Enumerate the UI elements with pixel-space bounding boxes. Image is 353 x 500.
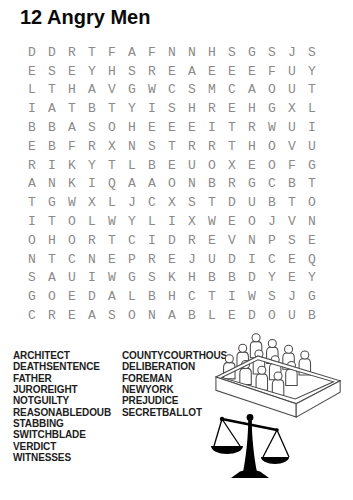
grid-cell: L [142, 212, 162, 231]
grid-cell: H [42, 231, 62, 250]
grid-cell: E [222, 62, 242, 81]
grid-cell: T [42, 212, 62, 231]
grid-cell: X [102, 137, 122, 156]
grid-cell: Y [262, 269, 282, 288]
grid-cell: E [242, 62, 262, 81]
grid-cell: I [22, 99, 42, 118]
grid-cell: E [102, 250, 122, 269]
grid-cell: Y [302, 269, 322, 288]
word-list-item: VERDICT [13, 441, 111, 452]
grid-cell: R [62, 43, 82, 62]
grid-cell: E [62, 62, 82, 81]
grid-cell: R [82, 231, 102, 250]
grid-cell: A [122, 175, 142, 194]
grid-cell: A [102, 287, 122, 306]
grid-cell: T [282, 193, 302, 212]
grid-cell: H [162, 287, 182, 306]
grid-cell: D [242, 269, 262, 288]
grid-cell: A [82, 306, 102, 325]
grid-cell: L [302, 99, 322, 118]
grid-cell: E [62, 287, 82, 306]
grid-cell: G [122, 81, 142, 100]
grid-cell: W [62, 193, 82, 212]
grid-cell: F [282, 156, 302, 175]
grid-cell: E [222, 306, 242, 325]
grid-cell: I [222, 287, 242, 306]
grid-cell: T [62, 99, 82, 118]
grid-cell: N [122, 137, 142, 156]
grid-cell: A [82, 81, 102, 100]
grid-cell: L [82, 212, 102, 231]
grid-cell: T [102, 231, 122, 250]
grid-cell: E [302, 231, 322, 250]
grid-cell: U [282, 118, 302, 137]
grid-cell: D [162, 231, 182, 250]
grid-cell: C [262, 175, 282, 194]
grid-cell: R [142, 250, 162, 269]
grid-cell: S [282, 231, 302, 250]
grid-cell: R [22, 156, 42, 175]
grid-cell: R [82, 137, 102, 156]
grid-cell: W [242, 287, 262, 306]
grid-cell: S [22, 269, 42, 288]
grid-cell: D [222, 250, 242, 269]
grid-cell: I [82, 269, 102, 288]
grid-cell: B [202, 269, 222, 288]
grid-cell: A [42, 269, 62, 288]
grid-cell: E [162, 156, 182, 175]
grid-cell: Y [82, 156, 102, 175]
grid-cell: G [262, 99, 282, 118]
grid-cell: O [62, 212, 82, 231]
grid-cell: S [142, 137, 162, 156]
grid-cell: H [242, 137, 262, 156]
grid-cell: S [262, 43, 282, 62]
scales-of-justice-icon [203, 413, 293, 485]
grid-cell: E [62, 306, 82, 325]
grid-cell: L [202, 306, 222, 325]
grid-cell: I [22, 212, 42, 231]
grid-cell: A [42, 99, 62, 118]
grid-cell: O [302, 193, 322, 212]
grid-cell: N [182, 175, 202, 194]
grid-cell: D [242, 306, 262, 325]
grid-cell: E [162, 250, 182, 269]
grid-cell: R [202, 99, 222, 118]
grid-cell: J [262, 212, 282, 231]
grid-cell: O [62, 231, 82, 250]
grid-cell: B [42, 137, 62, 156]
grid-cell: U [202, 250, 222, 269]
word-list-item: DEATHSENTENCE [13, 361, 111, 372]
grid-cell: U [62, 269, 82, 288]
grid-cell: H [182, 269, 202, 288]
grid-cell: J [122, 193, 142, 212]
grid-cell: I [82, 175, 102, 194]
grid-cell: N [162, 43, 182, 62]
grid-cell: S [302, 43, 322, 62]
grid-cell: V [102, 81, 122, 100]
grid-cell: E [222, 99, 242, 118]
grid-cell: E [202, 231, 222, 250]
grid-cell: H [202, 43, 222, 62]
grid-cell: U [282, 306, 302, 325]
grid-cell: A [162, 306, 182, 325]
grid-cell: O [102, 118, 122, 137]
grid-cell: B [22, 118, 42, 137]
grid-cell: C [22, 306, 42, 325]
grid-cell: B [182, 306, 202, 325]
grid-cell: G [302, 156, 322, 175]
grid-cell: J [282, 43, 302, 62]
grid-cell: W [142, 81, 162, 100]
grid-cell: R [202, 137, 222, 156]
grid-cell: O [242, 212, 262, 231]
grid-cell: B [42, 118, 62, 137]
grid-cell: Y [122, 99, 142, 118]
grid-cell: X [182, 212, 202, 231]
grid-cell: S [262, 287, 282, 306]
grid-cell: T [222, 137, 242, 156]
grid-cell: M [202, 81, 222, 100]
grid-cell: R [222, 175, 242, 194]
grid-cell: E [242, 156, 262, 175]
grid-cell: S [42, 62, 62, 81]
grid-cell: N [242, 231, 262, 250]
grid-cell: N [82, 250, 102, 269]
grid-cell: X [222, 156, 242, 175]
grid-cell: H [102, 62, 122, 81]
grid-cell: E [282, 250, 302, 269]
grid-cell: F [62, 137, 82, 156]
grid-cell: H [62, 81, 82, 100]
grid-cell: L [22, 81, 42, 100]
grid-cell: I [142, 231, 162, 250]
grid-cell: T [22, 193, 42, 212]
grid-cell: W [102, 269, 122, 288]
grid-cell: D [82, 287, 102, 306]
grid-cell: S [122, 62, 142, 81]
word-list-item: SWITCHBLADE [13, 429, 111, 440]
grid-cell: C [262, 250, 282, 269]
grid-cell: S [142, 269, 162, 288]
grid-cell: E [182, 118, 202, 137]
grid-cell: B [142, 287, 162, 306]
word-list-item: JUROREIGHT [13, 384, 111, 395]
grid-cell: B [82, 99, 102, 118]
grid-cell: L [122, 287, 142, 306]
grid-cell: N [22, 250, 42, 269]
grid-cell: K [62, 175, 82, 194]
grid-cell: I [202, 118, 222, 137]
grid-cell: X [282, 99, 302, 118]
grid-cell: A [142, 175, 162, 194]
grid-cell: U [282, 62, 302, 81]
grid-cell: U [242, 193, 262, 212]
grid-cell: C [142, 193, 162, 212]
grid-cell: O [162, 175, 182, 194]
grid-cell: P [262, 231, 282, 250]
grid-cell: T [102, 156, 122, 175]
grid-cell: H [122, 118, 142, 137]
grid-cell: I [42, 156, 62, 175]
grid-cell: C [182, 287, 202, 306]
grid-cell: F [142, 43, 162, 62]
grid-cell: S [182, 81, 202, 100]
grid-cell: G [122, 269, 142, 288]
grid-cell: T [302, 81, 322, 100]
grid-cell: N [142, 306, 162, 325]
jury-box-icon [211, 333, 347, 419]
grid-cell: H [242, 99, 262, 118]
grid-cell: L [122, 156, 142, 175]
grid-cell: K [162, 269, 182, 288]
word-list-item: STABBING [13, 418, 111, 429]
grid-cell: T [42, 250, 62, 269]
grid-cell: D [222, 193, 242, 212]
grid-cell: O [262, 137, 282, 156]
word-search-page: 12 Angry Men DDRTFAFNNHSGSJSESEYHSREAEEE… [0, 0, 353, 500]
grid-cell: E [222, 212, 242, 231]
grid-cell: O [262, 81, 282, 100]
grid-cell: G [242, 175, 262, 194]
grid-cell: T [222, 118, 242, 137]
grid-cell: B [282, 175, 302, 194]
grid-cell: J [282, 287, 302, 306]
grid-cell: D [22, 43, 42, 62]
word-list-item: WITNESSES [13, 452, 111, 463]
grid-cell: C [222, 81, 242, 100]
grid-cell: I [302, 118, 322, 137]
grid-cell: E [162, 118, 182, 137]
grid-cell: A [122, 43, 142, 62]
grid-cell: C [122, 231, 142, 250]
grid-cell: C [162, 81, 182, 100]
grid-cell: A [242, 81, 262, 100]
grid-cell: I [162, 212, 182, 231]
grid-cell: R [142, 62, 162, 81]
grid-cell: T [82, 43, 102, 62]
letter-grid: DDRTFAFNNHSGSJSESEYHSREAEEEFUYLTHAVGWCSM… [22, 43, 322, 325]
grid-cell: K [62, 156, 82, 175]
grid-cell: E [22, 62, 42, 81]
grid-cell: G [22, 287, 42, 306]
grid-cell: O [122, 306, 142, 325]
grid-cell: W [262, 118, 282, 137]
grid-cell: R [42, 306, 62, 325]
grid-cell: N [42, 175, 62, 194]
grid-cell: S [182, 193, 202, 212]
grid-cell: Y [302, 62, 322, 81]
grid-cell: V [282, 137, 302, 156]
grid-cell: I [242, 250, 262, 269]
grid-cell: V [222, 231, 242, 250]
grid-cell: R [182, 231, 202, 250]
grid-cell: W [202, 212, 222, 231]
grid-cell: E [282, 269, 302, 288]
grid-cell: B [262, 193, 282, 212]
grid-cell: B [142, 156, 162, 175]
grid-cell: A [22, 175, 42, 194]
grid-cell: H [182, 99, 202, 118]
grid-cell: T [162, 137, 182, 156]
grid-cell: J [182, 250, 202, 269]
grid-cell: B [202, 175, 222, 194]
grid-cell: Q [302, 250, 322, 269]
grid-cell: Y [82, 62, 102, 81]
grid-cell: T [42, 81, 62, 100]
grid-cell: S [102, 306, 122, 325]
grid-cell: T [102, 99, 122, 118]
grid-cell: T [202, 287, 222, 306]
grid-cell: T [302, 175, 322, 194]
grid-cell: I [142, 99, 162, 118]
grid-cell: W [102, 212, 122, 231]
grid-cell: G [42, 193, 62, 212]
grid-cell: L [102, 193, 122, 212]
grid-cell: F [262, 62, 282, 81]
grid-cell: B [302, 306, 322, 325]
grid-cell: X [82, 193, 102, 212]
grid-cell: N [302, 212, 322, 231]
grid-cell: E [162, 62, 182, 81]
puzzle-title: 12 Angry Men [20, 6, 150, 29]
grid-cell: U [282, 81, 302, 100]
grid-cell: Y [122, 212, 142, 231]
word-list-item: FATHER [13, 373, 111, 384]
grid-cell: O [22, 231, 42, 250]
grid-cell: N [182, 43, 202, 62]
grid-cell: E [22, 137, 42, 156]
grid-cell: O [202, 156, 222, 175]
grid-cell: E [202, 62, 222, 81]
word-list-item: ARCHITECT [13, 350, 111, 361]
grid-cell: X [162, 193, 182, 212]
grid-cell: R [182, 137, 202, 156]
grid-cell: Q [102, 175, 122, 194]
grid-cell: D [42, 43, 62, 62]
word-list-column-1: ARCHITECTDEATHSENTENCEFATHERJUROREIGHTNO… [13, 350, 111, 463]
grid-cell: O [262, 156, 282, 175]
grid-cell: G [302, 287, 322, 306]
grid-cell: R [242, 118, 262, 137]
grid-cell: A [62, 118, 82, 137]
grid-cell: U [182, 156, 202, 175]
grid-cell: B [222, 269, 242, 288]
grid-cell: S [82, 118, 102, 137]
grid-cell: V [282, 212, 302, 231]
grid-cell: O [262, 306, 282, 325]
grid-cell: G [242, 43, 262, 62]
grid-cell: T [202, 193, 222, 212]
grid-cell: C [62, 250, 82, 269]
grid-cell: U [302, 137, 322, 156]
grid-cell: A [182, 62, 202, 81]
grid-cell: F [102, 43, 122, 62]
word-list-item: NOTGUILTY [13, 395, 111, 406]
grid-cell: E [142, 118, 162, 137]
word-list-item: REASONABLEDOUB [13, 407, 111, 418]
grid-cell: S [222, 43, 242, 62]
grid-cell: P [122, 250, 142, 269]
grid-cell: O [42, 287, 62, 306]
grid-cell: S [162, 99, 182, 118]
